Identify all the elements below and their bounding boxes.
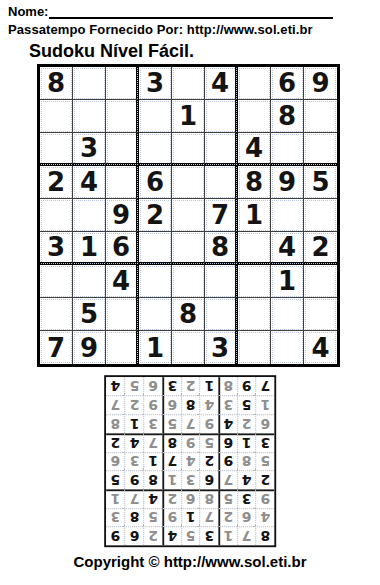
sudoku-cell-r5c1[interactable] <box>40 199 73 232</box>
solution-cell-r9c4: 1 <box>199 377 218 396</box>
solution-cell-r2c7: 5 <box>143 508 162 527</box>
solution-cell-r1c6: 4 <box>162 527 181 546</box>
solution-cell-r6c1: 3 <box>256 433 275 452</box>
sudoku-cell-r1c1: 8 <box>40 67 73 100</box>
sudoku-cell-r7c4[interactable] <box>139 265 172 298</box>
page-title: Sudoku Nível Fácil. <box>29 41 194 62</box>
solution-cell-r5c5: 4 <box>181 452 200 471</box>
sudoku-cell-r4c1: 2 <box>40 166 73 199</box>
solution-cell-r5c9: 6 <box>106 452 125 471</box>
solution-cell-r6c7: 7 <box>143 433 162 452</box>
solution-cell-r4c3: 7 <box>218 470 237 489</box>
solution-cell-r3c9: 1 <box>106 489 125 508</box>
sudoku-cell-r7c6[interactable] <box>205 265 238 298</box>
sudoku-cell-r2c6[interactable] <box>205 100 238 133</box>
sudoku-cell-r8c7[interactable] <box>238 298 271 331</box>
sudoku-cell-r3c7: 4 <box>238 133 271 166</box>
sudoku-cell-r4c8: 9 <box>271 166 304 199</box>
solution-cell-r9c1: 7 <box>256 377 275 396</box>
sudoku-cell-r9c9: 4 <box>304 331 337 364</box>
sudoku-cell-r7c9[interactable] <box>304 265 337 298</box>
solution-cell-r9c3: 8 <box>218 377 237 396</box>
sudoku-cell-r8c3[interactable] <box>106 298 139 331</box>
solution-cell-r6c5: 9 <box>181 433 200 452</box>
solution-cell-r7c6: 5 <box>162 414 181 433</box>
sudoku-cell-r6c8: 4 <box>271 232 304 265</box>
sudoku-cell-r7c5[interactable] <box>172 265 205 298</box>
sudoku-cell-r6c6: 8 <box>205 232 238 265</box>
sudoku-cell-r9c3[interactable] <box>106 331 139 364</box>
solution-cell-r2c1: 4 <box>256 508 275 527</box>
sudoku-cell-r7c2[interactable] <box>73 265 106 298</box>
sudoku-cell-r9c2: 9 <box>73 331 106 364</box>
sudoku-cell-r7c8: 1 <box>271 265 304 298</box>
solution-cell-r9c2: 9 <box>237 377 256 396</box>
solution-cell-r3c7: 4 <box>143 489 162 508</box>
sudoku-cell-r8c5: 8 <box>172 298 205 331</box>
sudoku-cell-r5c7: 1 <box>238 199 271 232</box>
solution-cell-r7c5: 7 <box>181 414 200 433</box>
solution-grid: 8713542694627195839358624712476318955892… <box>104 375 276 547</box>
sudoku-cell-r3c9[interactable] <box>304 133 337 166</box>
solution-cell-r8c5: 8 <box>181 396 200 415</box>
sudoku-cell-r1c5[interactable] <box>172 67 205 100</box>
sudoku-cell-r8c2: 5 <box>73 298 106 331</box>
solution-cell-r8c6: 6 <box>162 396 181 415</box>
name-label: Nome: <box>8 4 48 19</box>
sudoku-cell-r3c8[interactable] <box>271 133 304 166</box>
solution-cell-r4c7: 8 <box>143 470 162 489</box>
solution-cell-r1c1: 8 <box>256 527 275 546</box>
solution-cell-r3c8: 7 <box>125 489 144 508</box>
solution-cell-r8c4: 4 <box>199 396 218 415</box>
sudoku-cell-r3c2: 3 <box>73 133 106 166</box>
sudoku-cell-r6c3: 6 <box>106 232 139 265</box>
solution-cell-r7c1: 6 <box>256 414 275 433</box>
solution-cell-r9c7: 6 <box>143 377 162 396</box>
solution-cell-r4c1: 2 <box>256 470 275 489</box>
solution-cell-r7c9: 8 <box>106 414 125 433</box>
solution-cell-r3c5: 6 <box>181 489 200 508</box>
sudoku-cell-r9c5[interactable] <box>172 331 205 364</box>
solution-cell-r1c2: 7 <box>237 527 256 546</box>
sudoku-cell-r2c9[interactable] <box>304 100 337 133</box>
solution-cell-r4c2: 4 <box>237 470 256 489</box>
sudoku-cell-r5c5[interactable] <box>172 199 205 232</box>
sudoku-cell-r6c5[interactable] <box>172 232 205 265</box>
sudoku-cell-r9c4: 1 <box>139 331 172 364</box>
sudoku-cell-r2c5: 1 <box>172 100 205 133</box>
solution-cell-r7c7: 3 <box>143 414 162 433</box>
sudoku-cell-r5c3: 9 <box>106 199 139 232</box>
solution-cell-r7c3: 4 <box>218 414 237 433</box>
sudoku-cell-r3c5[interactable] <box>172 133 205 166</box>
sudoku-cell-r9c1: 7 <box>40 331 73 364</box>
sudoku-cell-r5c6: 7 <box>205 199 238 232</box>
solution-cell-r2c6: 9 <box>162 508 181 527</box>
sudoku-cell-r4c4: 6 <box>139 166 172 199</box>
solution-cell-r3c1: 9 <box>256 489 275 508</box>
solution-cell-r5c4: 2 <box>199 452 218 471</box>
solution-cell-r9c9: 4 <box>106 377 125 396</box>
solution-cell-r8c2: 5 <box>237 396 256 415</box>
solution-cell-r8c8: 2 <box>125 396 144 415</box>
sudoku-cell-r7c7[interactable] <box>238 265 271 298</box>
copyright-text: Copyright © http://www.sol.eti.br <box>0 553 380 570</box>
sudoku-cell-r2c3[interactable] <box>106 100 139 133</box>
sudoku-cell-r5c9[interactable] <box>304 199 337 232</box>
sudoku-cell-r4c9: 5 <box>304 166 337 199</box>
sudoku-cell-r8c1[interactable] <box>40 298 73 331</box>
sudoku-cell-r1c6: 4 <box>205 67 238 100</box>
solution-cell-r7c4: 9 <box>199 414 218 433</box>
sudoku-cell-r6c2: 1 <box>73 232 106 265</box>
solution-cell-r2c8: 8 <box>125 508 144 527</box>
solution-cell-r7c2: 2 <box>237 414 256 433</box>
sudoku-cell-r9c8[interactable] <box>271 331 304 364</box>
solution-cell-r6c9: 2 <box>106 433 125 452</box>
solution-cell-r4c6: 1 <box>162 470 181 489</box>
worksheet-page: Nome: Passatempo Fornecido Por: http://w… <box>0 0 380 585</box>
sudoku-cell-r7c3: 4 <box>106 265 139 298</box>
solution-cell-r4c8: 9 <box>125 470 144 489</box>
sudoku-cell-r4c6[interactable] <box>205 166 238 199</box>
sudoku-cell-r1c3[interactable] <box>106 67 139 100</box>
solution-cell-r9c8: 5 <box>125 377 144 396</box>
solution-cell-r3c4: 8 <box>199 489 218 508</box>
sudoku-cell-r7c1[interactable] <box>40 265 73 298</box>
sudoku-cell-r6c1: 3 <box>40 232 73 265</box>
sudoku-cell-r8c9[interactable] <box>304 298 337 331</box>
name-fill-in-line[interactable] <box>49 17 333 19</box>
solution-cell-r8c9: 7 <box>106 396 125 415</box>
sudoku-cell-r5c2[interactable] <box>73 199 106 232</box>
sudoku-cell-r5c4: 2 <box>139 199 172 232</box>
sudoku-cell-r5c8[interactable] <box>271 199 304 232</box>
solution-cell-r5c2: 8 <box>237 452 256 471</box>
sudoku-cell-r8c8[interactable] <box>271 298 304 331</box>
sudoku-cell-r3c4[interactable] <box>139 133 172 166</box>
solution-cell-r2c2: 6 <box>237 508 256 527</box>
solution-cell-r2c9: 3 <box>106 508 125 527</box>
sudoku-cell-r1c4: 3 <box>139 67 172 100</box>
sudoku-cell-r8c4[interactable] <box>139 298 172 331</box>
solution-cell-r9c5: 2 <box>181 377 200 396</box>
sudoku-cell-r4c5[interactable] <box>172 166 205 199</box>
sudoku-cell-r6c4[interactable] <box>139 232 172 265</box>
sudoku-cell-r1c2[interactable] <box>73 67 106 100</box>
solution-cell-r1c5: 5 <box>181 527 200 546</box>
solution-cell-r7c8: 1 <box>125 414 144 433</box>
sudoku-cell-r3c6[interactable] <box>205 133 238 166</box>
solution-cell-r3c2: 3 <box>237 489 256 508</box>
solution-cell-r1c7: 2 <box>143 527 162 546</box>
sudoku-cell-r2c4[interactable] <box>139 100 172 133</box>
sudoku-cell-r3c1[interactable] <box>40 133 73 166</box>
solution-cell-r2c3: 2 <box>218 508 237 527</box>
solution-cell-r8c7: 9 <box>143 396 162 415</box>
solution-cell-r6c2: 1 <box>237 433 256 452</box>
solution-cell-r1c3: 1 <box>218 527 237 546</box>
solution-cell-r5c1: 5 <box>256 452 275 471</box>
solution-cell-r3c3: 5 <box>218 489 237 508</box>
solution-cell-r6c6: 8 <box>162 433 181 452</box>
sudoku-cell-r9c7[interactable] <box>238 331 271 364</box>
provider-text: Passatempo Fornecido Por: http://www.sol… <box>8 22 313 37</box>
sudoku-cell-r1c9: 9 <box>304 67 337 100</box>
solution-cell-r2c5: 1 <box>181 508 200 527</box>
solution-cell-r5c6: 7 <box>162 452 181 471</box>
sudoku-cell-r1c8: 6 <box>271 67 304 100</box>
solution-cell-r4c9: 5 <box>106 470 125 489</box>
solution-cell-r6c3: 6 <box>218 433 237 452</box>
solution-cell-r1c8: 6 <box>125 527 144 546</box>
sudoku-cell-r2c1[interactable] <box>40 100 73 133</box>
solution-cell-r5c3: 9 <box>218 452 237 471</box>
sudoku-cell-r4c2: 4 <box>73 166 106 199</box>
sudoku-cell-r9c6: 3 <box>205 331 238 364</box>
sudoku-cell-r3c3[interactable] <box>106 133 139 166</box>
solution-cell-r9c6: 3 <box>162 377 181 396</box>
sudoku-cell-r1c7[interactable] <box>238 67 271 100</box>
solution-cell-r4c5: 3 <box>181 470 200 489</box>
solution-cell-r8c3: 3 <box>218 396 237 415</box>
solution-cell-r5c8: 3 <box>125 452 144 471</box>
sudoku-cell-r4c3[interactable] <box>106 166 139 199</box>
sudoku-cell-r4c7: 8 <box>238 166 271 199</box>
solution-cell-r4c4: 6 <box>199 470 218 489</box>
sudoku-cell-r6c7[interactable] <box>238 232 271 265</box>
sudoku-cell-r8c6[interactable] <box>205 298 238 331</box>
solution-cell-r2c4: 7 <box>199 508 218 527</box>
solution-cell-r6c8: 4 <box>125 433 144 452</box>
solution-cell-r1c9: 9 <box>106 527 125 546</box>
solution-cell-r3c6: 2 <box>162 489 181 508</box>
solution-cell-r5c7: 1 <box>143 452 162 471</box>
sudoku-cell-r2c8: 8 <box>271 100 304 133</box>
sudoku-grid: 8346918342468959271316842415879134 <box>37 64 340 367</box>
sudoku-cell-r2c2[interactable] <box>73 100 106 133</box>
solution-cell-r1c4: 3 <box>199 527 218 546</box>
solution-cell-r6c4: 5 <box>199 433 218 452</box>
solution-cell-r8c1: 1 <box>256 396 275 415</box>
sudoku-cell-r6c9: 2 <box>304 232 337 265</box>
sudoku-cell-r2c7[interactable] <box>238 100 271 133</box>
